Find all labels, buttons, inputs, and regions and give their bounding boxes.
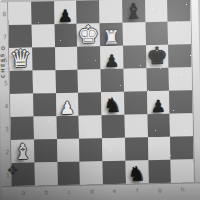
square-e4[interactable]: ♞ <box>101 92 124 115</box>
rank-label-4: 4 <box>0 94 10 117</box>
square-b2[interactable] <box>34 139 57 162</box>
white-queen-a6[interactable]: ♛ <box>10 48 32 71</box>
square-d6[interactable] <box>77 46 100 69</box>
square-d1[interactable] <box>80 161 103 184</box>
square-g5[interactable] <box>146 68 169 91</box>
square-h7[interactable] <box>168 21 191 44</box>
white-king-d7[interactable]: ♚ <box>77 23 99 46</box>
square-e6[interactable]: ♟ <box>100 46 123 69</box>
square-f6[interactable] <box>123 45 146 68</box>
dust-speckles <box>0 0 1 1</box>
board: ♟♝♚♜♛♟♚♟♞♟♝♞ 87654321 CHESS abcdefgh ❖ <box>0 0 200 200</box>
square-c6[interactable] <box>55 47 78 70</box>
brand-logo-icon <box>1 46 5 50</box>
square-f3[interactable] <box>124 114 147 137</box>
file-label-d: d <box>80 187 103 194</box>
square-g8[interactable] <box>145 0 168 22</box>
rank-label-2: 2 <box>1 140 11 163</box>
black-bishop-f8[interactable]: ♝ <box>124 2 143 22</box>
square-c5[interactable] <box>55 70 78 93</box>
square-h3[interactable] <box>170 113 193 136</box>
file-labels: abcdefgh <box>12 185 194 196</box>
square-f7[interactable] <box>122 22 145 45</box>
square-f8[interactable]: ♝ <box>122 0 145 23</box>
square-c8[interactable]: ♟ <box>54 1 77 24</box>
square-a5[interactable] <box>10 71 33 94</box>
file-label-b: b <box>35 188 58 195</box>
board-grid: ♟♝♚♜♛♟♚♟♞♟♝♞ <box>8 0 194 186</box>
square-d7[interactable]: ♚ <box>77 23 100 46</box>
square-d5[interactable] <box>78 69 101 92</box>
square-f1[interactable]: ♞ <box>125 160 148 183</box>
square-d4[interactable] <box>78 92 101 115</box>
black-pawn-c8[interactable]: ♟ <box>58 8 74 24</box>
rank-label-3: 3 <box>1 117 11 140</box>
square-h1[interactable] <box>171 159 194 182</box>
square-e7[interactable]: ♜ <box>100 23 123 46</box>
square-e2[interactable] <box>102 138 125 161</box>
square-d2[interactable] <box>79 138 102 161</box>
square-c1[interactable] <box>57 162 80 185</box>
square-h5[interactable] <box>169 67 192 90</box>
rank-label-8: 8 <box>0 2 9 25</box>
square-e3[interactable] <box>102 115 125 138</box>
square-c4[interactable]: ♟ <box>56 93 79 116</box>
square-a6[interactable]: ♛ <box>9 48 32 71</box>
rank-label-7: 7 <box>0 25 9 48</box>
square-b5[interactable] <box>32 70 55 93</box>
square-h8[interactable] <box>167 0 190 22</box>
square-a1[interactable] <box>12 163 35 186</box>
square-b4[interactable] <box>33 93 56 116</box>
square-a4[interactable] <box>10 94 33 117</box>
file-label-c: c <box>58 188 81 195</box>
square-h4[interactable] <box>169 90 192 113</box>
chessboard-photo: ♟♝♚♜♛♟♚♟♞♟♝♞ 87654321 CHESS abcdefgh ❖ <box>0 0 200 200</box>
square-b6[interactable] <box>32 47 55 70</box>
square-b1[interactable] <box>34 162 57 185</box>
bottom-border-file-strip: abcdefgh <box>2 182 200 200</box>
square-f4[interactable] <box>124 91 147 114</box>
square-c7[interactable] <box>54 24 77 47</box>
square-b7[interactable] <box>31 24 54 47</box>
square-a3[interactable] <box>11 117 34 140</box>
square-g2[interactable] <box>147 137 170 160</box>
square-e8[interactable] <box>99 0 122 23</box>
square-g3[interactable] <box>147 114 170 137</box>
square-b3[interactable] <box>33 116 56 139</box>
brand-text: CHESS <box>0 52 6 78</box>
file-label-f: f <box>126 186 149 193</box>
black-knight-f1[interactable]: ♞ <box>128 164 146 183</box>
black-king-g6[interactable]: ♚ <box>146 45 168 68</box>
square-e1[interactable] <box>102 161 125 184</box>
rank-label-1: 1 <box>2 163 12 186</box>
file-label-a: a <box>12 189 35 196</box>
square-f2[interactable] <box>125 137 148 160</box>
file-label-e: e <box>103 187 126 194</box>
square-d3[interactable] <box>79 115 102 138</box>
square-h2[interactable] <box>170 136 193 159</box>
black-pawn-e6[interactable]: ♟ <box>104 53 120 69</box>
square-c3[interactable] <box>56 116 79 139</box>
white-rook-e7[interactable]: ♜ <box>103 28 120 46</box>
square-g1[interactable] <box>148 160 171 183</box>
file-label-g: g <box>149 186 172 193</box>
file-label-h: h <box>171 185 194 192</box>
square-g4[interactable]: ♟ <box>147 91 170 114</box>
square-e5[interactable] <box>101 69 124 92</box>
square-f5[interactable] <box>123 68 146 91</box>
white-bishop-a2[interactable]: ♝ <box>13 143 32 163</box>
square-h6[interactable] <box>168 44 191 67</box>
square-a8[interactable] <box>8 2 31 25</box>
square-b8[interactable] <box>31 1 54 24</box>
square-c2[interactable] <box>57 139 80 162</box>
square-g6[interactable]: ♚ <box>146 45 169 68</box>
black-knight-e4[interactable]: ♞ <box>104 96 122 115</box>
black-pawn-g4[interactable]: ♟ <box>150 98 166 114</box>
square-a2[interactable]: ♝ <box>11 140 34 163</box>
white-pawn-c4[interactable]: ♟ <box>59 100 75 116</box>
